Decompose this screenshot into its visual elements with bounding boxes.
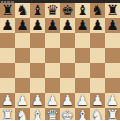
white-rook: ♜ — [106, 108, 119, 121]
square-f7[interactable]: ♟ — [75, 18, 90, 33]
square-f4[interactable] — [75, 63, 90, 78]
black-bishop: ♝ — [76, 3, 89, 18]
square-b1[interactable]: ♞ — [15, 108, 30, 120]
square-e4[interactable] — [60, 63, 75, 78]
white-pawn: ♟ — [31, 93, 44, 108]
square-f6[interactable] — [75, 33, 90, 48]
square-a1[interactable]: ♜ — [0, 108, 15, 120]
square-c4[interactable] — [30, 63, 45, 78]
square-f5[interactable] — [75, 48, 90, 63]
white-pawn: ♟ — [16, 93, 29, 108]
black-pawn: ♟ — [61, 18, 74, 33]
white-bishop: ♝ — [31, 108, 44, 121]
square-h7[interactable]: ♟ — [105, 18, 120, 33]
square-a7[interactable]: ♟ — [0, 18, 15, 33]
chess-app-window: ♜♞♝♛♚♝♞♜♟♟♟♟♟♟♟♟♟♟♟♟♟♟♟♟♜♞♝♛♚♝♞♜ — [0, 0, 120, 120]
square-b5[interactable] — [15, 48, 30, 63]
white-queen: ♛ — [46, 108, 59, 121]
square-c1[interactable]: ♝ — [30, 108, 45, 120]
square-g6[interactable] — [90, 33, 105, 48]
chess-board: ♜♞♝♛♚♝♞♜♟♟♟♟♟♟♟♟♟♟♟♟♟♟♟♟♜♞♝♛♚♝♞♜ — [0, 3, 120, 120]
square-f1[interactable]: ♝ — [75, 108, 90, 120]
square-d5[interactable] — [45, 48, 60, 63]
square-h1[interactable]: ♜ — [105, 108, 120, 120]
square-g4[interactable] — [90, 63, 105, 78]
white-pawn: ♟ — [61, 93, 74, 108]
white-knight: ♞ — [16, 108, 29, 121]
black-queen: ♛ — [46, 3, 59, 18]
white-pawn: ♟ — [91, 93, 104, 108]
square-c5[interactable] — [30, 48, 45, 63]
square-a5[interactable] — [0, 48, 15, 63]
black-pawn: ♟ — [106, 18, 119, 33]
square-b6[interactable] — [15, 33, 30, 48]
square-d7[interactable]: ♟ — [45, 18, 60, 33]
white-pawn: ♟ — [1, 93, 14, 108]
square-e7[interactable]: ♟ — [60, 18, 75, 33]
black-rook: ♜ — [106, 3, 119, 18]
square-e6[interactable] — [60, 33, 75, 48]
black-rook: ♜ — [1, 3, 14, 18]
white-bishop: ♝ — [76, 108, 89, 121]
black-king: ♚ — [61, 3, 74, 18]
square-g7[interactable]: ♟ — [90, 18, 105, 33]
square-a6[interactable] — [0, 33, 15, 48]
square-e1[interactable]: ♚ — [60, 108, 75, 120]
white-knight: ♞ — [91, 108, 104, 121]
black-knight: ♞ — [16, 3, 29, 18]
black-pawn: ♟ — [76, 18, 89, 33]
square-g1[interactable]: ♞ — [90, 108, 105, 120]
white-pawn: ♟ — [106, 93, 119, 108]
square-c7[interactable]: ♟ — [30, 18, 45, 33]
square-d1[interactable]: ♛ — [45, 108, 60, 120]
white-pawn: ♟ — [76, 93, 89, 108]
black-pawn: ♟ — [16, 18, 29, 33]
square-e5[interactable] — [60, 48, 75, 63]
white-pawn: ♟ — [46, 93, 59, 108]
square-d4[interactable] — [45, 63, 60, 78]
square-d6[interactable] — [45, 33, 60, 48]
square-b4[interactable] — [15, 63, 30, 78]
white-king: ♚ — [61, 108, 74, 121]
square-c6[interactable] — [30, 33, 45, 48]
black-knight: ♞ — [91, 3, 104, 18]
black-pawn: ♟ — [46, 18, 59, 33]
square-h5[interactable] — [105, 48, 120, 63]
square-h4[interactable] — [105, 63, 120, 78]
square-h6[interactable] — [105, 33, 120, 48]
black-pawn: ♟ — [91, 18, 104, 33]
black-pawn: ♟ — [31, 18, 44, 33]
square-a4[interactable] — [0, 63, 15, 78]
square-g5[interactable] — [90, 48, 105, 63]
square-b7[interactable]: ♟ — [15, 18, 30, 33]
black-bishop: ♝ — [31, 3, 44, 18]
black-pawn: ♟ — [1, 18, 14, 33]
white-rook: ♜ — [1, 108, 14, 121]
